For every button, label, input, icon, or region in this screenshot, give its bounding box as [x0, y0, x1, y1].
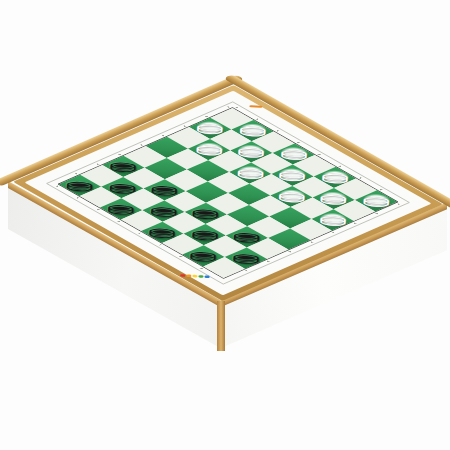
brand-logo-dot — [180, 274, 185, 277]
brand-logo-dot — [198, 275, 203, 278]
brand-mark — [249, 105, 262, 108]
brand-logo-dot — [192, 275, 197, 278]
brand-logo-dot — [204, 275, 209, 278]
brand-logo-dot — [186, 274, 191, 277]
brand-logo — [180, 274, 210, 278]
product-photo-stage: ⛀⛀⛀⛀⛀⛀⛀⛀⛀⛀⛀⛀⛂⛂⛂⛂⛂⛂⛂⛂⛂⛂⛂⛂ — [0, 0, 450, 450]
box-corner-post — [217, 301, 225, 351]
